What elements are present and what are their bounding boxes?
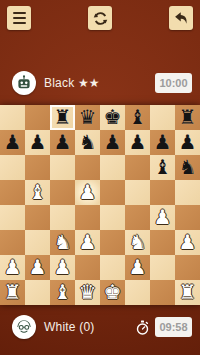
human-face-icon: [15, 318, 33, 336]
square-d6[interactable]: [75, 155, 100, 180]
chess-app-screen: Black ★★ 10:00 ♜♛♚♝♜♟♟♟♞♟♟♟♟♝♞♝♟♟♞♟♞♟♟♟♟…: [0, 0, 200, 355]
robot-icon: [15, 74, 33, 92]
square-c5[interactable]: [50, 180, 75, 205]
piece-white-pawn: ♟: [4, 255, 22, 280]
refresh-arrows-icon: [93, 11, 108, 26]
piece-white-king: ♚: [104, 280, 122, 305]
square-e6[interactable]: [100, 155, 125, 180]
square-b3[interactable]: [25, 230, 50, 255]
black-player-name: Black ★★: [44, 76, 100, 90]
square-f8[interactable]: ♝: [125, 105, 150, 130]
piece-white-pawn: ♟: [54, 255, 72, 280]
stopwatch-icon: [136, 320, 149, 335]
piece-black-pawn: ♟: [179, 130, 197, 155]
square-g3[interactable]: [150, 230, 175, 255]
square-h3[interactable]: ♟: [175, 230, 200, 255]
menu-button[interactable]: [7, 6, 31, 30]
piece-white-pawn: ♟: [179, 230, 197, 255]
square-f5[interactable]: [125, 180, 150, 205]
square-f2[interactable]: ♟: [125, 255, 150, 280]
piece-black-bishop: ♝: [154, 155, 172, 180]
piece-black-king: ♚: [104, 105, 122, 130]
piece-white-pawn: ♟: [79, 180, 97, 205]
piece-black-pawn: ♟: [29, 130, 47, 155]
piece-white-queen: ♛: [79, 280, 97, 305]
black-player-row: Black ★★ 10:00: [0, 34, 200, 106]
square-d3[interactable]: ♟: [75, 230, 100, 255]
square-b7[interactable]: ♟: [25, 130, 50, 155]
piece-black-pawn: ♟: [104, 130, 122, 155]
square-b1[interactable]: [25, 280, 50, 305]
piece-black-pawn: ♟: [154, 130, 172, 155]
square-e4[interactable]: [100, 205, 125, 230]
square-a2[interactable]: ♟: [0, 255, 25, 280]
piece-white-rook: ♜: [179, 280, 197, 305]
square-a7[interactable]: ♟: [0, 130, 25, 155]
piece-black-knight: ♞: [79, 130, 97, 155]
square-h1[interactable]: ♜: [175, 280, 200, 305]
piece-white-pawn: ♟: [79, 230, 97, 255]
piece-white-bishop: ♝: [54, 280, 72, 305]
white-avatar: [12, 315, 36, 339]
square-b6[interactable]: [25, 155, 50, 180]
square-f7[interactable]: ♟: [125, 130, 150, 155]
square-c4[interactable]: [50, 205, 75, 230]
piece-black-pawn: ♟: [129, 130, 147, 155]
square-a3[interactable]: [0, 230, 25, 255]
square-g6[interactable]: ♝: [150, 155, 175, 180]
square-e2[interactable]: [100, 255, 125, 280]
square-h5[interactable]: [175, 180, 200, 205]
square-g7[interactable]: ♟: [150, 130, 175, 155]
square-g1[interactable]: [150, 280, 175, 305]
square-c6[interactable]: [50, 155, 75, 180]
black-avatar: [12, 71, 36, 95]
white-clock: 09:58: [155, 317, 192, 337]
toolbar: [0, 0, 200, 34]
square-f4[interactable]: [125, 205, 150, 230]
new-game-button[interactable]: [88, 6, 112, 30]
white-player-row: White (0) 09:58: [0, 305, 200, 355]
square-d4[interactable]: [75, 205, 100, 230]
hamburger-menu-icon: [13, 12, 26, 24]
square-c3[interactable]: ♞: [50, 230, 75, 255]
square-d5[interactable]: ♟: [75, 180, 100, 205]
square-d7[interactable]: ♞: [75, 130, 100, 155]
square-h2[interactable]: [175, 255, 200, 280]
square-c7[interactable]: ♟: [50, 130, 75, 155]
piece-black-rook: ♜: [54, 105, 72, 130]
square-a1[interactable]: ♜: [0, 280, 25, 305]
square-e1[interactable]: ♚: [100, 280, 125, 305]
square-a4[interactable]: [0, 205, 25, 230]
piece-black-pawn: ♟: [54, 130, 72, 155]
square-g5[interactable]: [150, 180, 175, 205]
square-f6[interactable]: [125, 155, 150, 180]
piece-black-rook: ♜: [179, 105, 197, 130]
square-h7[interactable]: ♟: [175, 130, 200, 155]
square-c1[interactable]: ♝: [50, 280, 75, 305]
square-f3[interactable]: ♞: [125, 230, 150, 255]
square-b2[interactable]: ♟: [25, 255, 50, 280]
piece-white-knight: ♞: [54, 230, 72, 255]
square-e3[interactable]: [100, 230, 125, 255]
piece-black-queen: ♛: [79, 105, 97, 130]
square-b5[interactable]: ♝: [25, 180, 50, 205]
square-f1[interactable]: [125, 280, 150, 305]
square-d8[interactable]: ♛: [75, 105, 100, 130]
chess-board: ♜♛♚♝♜♟♟♟♞♟♟♟♟♝♞♝♟♟♞♟♞♟♟♟♟♟♜♝♛♚♜: [0, 105, 200, 305]
square-a6[interactable]: [0, 155, 25, 180]
piece-black-bishop: ♝: [129, 105, 147, 130]
square-c2[interactable]: ♟: [50, 255, 75, 280]
piece-black-knight: ♞: [179, 155, 197, 180]
piece-white-rook: ♜: [4, 280, 22, 305]
piece-white-bishop: ♝: [29, 180, 47, 205]
square-d2[interactable]: [75, 255, 100, 280]
square-d1[interactable]: ♛: [75, 280, 100, 305]
square-a5[interactable]: [0, 180, 25, 205]
piece-white-pawn: ♟: [154, 205, 172, 230]
piece-white-pawn: ♟: [29, 255, 47, 280]
piece-black-pawn: ♟: [4, 130, 22, 155]
square-g8[interactable]: [150, 105, 175, 130]
square-h4[interactable]: [175, 205, 200, 230]
square-b4[interactable]: [25, 205, 50, 230]
undo-arrow-icon: [174, 11, 189, 26]
piece-white-pawn: ♟: [129, 255, 147, 280]
square-b8[interactable]: [25, 105, 50, 130]
square-h6[interactable]: ♞: [175, 155, 200, 180]
square-g2[interactable]: [150, 255, 175, 280]
square-h8[interactable]: ♜: [175, 105, 200, 130]
white-player-name: White (0): [44, 320, 94, 334]
square-g4[interactable]: ♟: [150, 205, 175, 230]
square-e8[interactable]: ♚: [100, 105, 125, 130]
square-e5[interactable]: [100, 180, 125, 205]
black-clock: 10:00: [155, 73, 192, 93]
piece-white-knight: ♞: [129, 230, 147, 255]
undo-button[interactable]: [169, 6, 193, 30]
square-e7[interactable]: ♟: [100, 130, 125, 155]
square-a8[interactable]: [0, 105, 25, 130]
square-c8[interactable]: ♜: [50, 105, 75, 130]
